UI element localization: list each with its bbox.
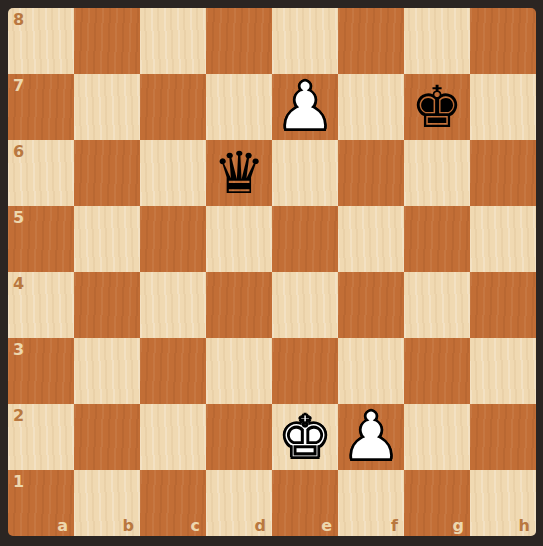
square-b6[interactable]	[74, 140, 140, 206]
square-f6[interactable]	[338, 140, 404, 206]
square-c4[interactable]	[140, 272, 206, 338]
square-h5[interactable]	[470, 206, 536, 272]
square-b2[interactable]	[74, 404, 140, 470]
square-b4[interactable]	[74, 272, 140, 338]
square-e6[interactable]	[272, 140, 338, 206]
square-a1[interactable]: 1a	[8, 470, 74, 536]
square-g3[interactable]	[404, 338, 470, 404]
square-a6[interactable]: 6	[8, 140, 74, 206]
square-a5[interactable]: 5	[8, 206, 74, 272]
square-d8[interactable]	[206, 8, 272, 74]
square-f1[interactable]: f	[338, 470, 404, 536]
square-c3[interactable]	[140, 338, 206, 404]
square-g6[interactable]	[404, 140, 470, 206]
screenshot-root: { "game": "chess", "position": "8/4P1k1/…	[0, 0, 543, 546]
square-h1[interactable]: h	[470, 470, 536, 536]
square-d4[interactable]	[206, 272, 272, 338]
file-label-f: f	[391, 518, 398, 534]
square-c7[interactable]	[140, 74, 206, 140]
square-b8[interactable]	[74, 8, 140, 74]
square-a8[interactable]: 8	[8, 8, 74, 74]
square-g1[interactable]: g	[404, 470, 470, 536]
square-c5[interactable]	[140, 206, 206, 272]
square-g7[interactable]: ♚	[404, 74, 470, 140]
square-f3[interactable]	[338, 338, 404, 404]
square-c6[interactable]	[140, 140, 206, 206]
rank-label-4: 4	[13, 276, 24, 292]
file-label-h: h	[519, 518, 530, 534]
square-d6[interactable]: ♛	[206, 140, 272, 206]
square-h2[interactable]	[470, 404, 536, 470]
piece-white-pawn-e7[interactable]: ♟	[272, 74, 338, 140]
square-e2[interactable]: ♚	[272, 404, 338, 470]
rank-label-3: 3	[13, 342, 24, 358]
board-frame: 87♟♚6♛5432♚♟1abcdefgh	[0, 0, 543, 546]
square-a4[interactable]: 4	[8, 272, 74, 338]
square-c1[interactable]: c	[140, 470, 206, 536]
square-a3[interactable]: 3	[8, 338, 74, 404]
file-label-b: b	[123, 518, 134, 534]
piece-white-king-e2[interactable]: ♚	[272, 404, 338, 470]
square-d5[interactable]	[206, 206, 272, 272]
square-e3[interactable]	[272, 338, 338, 404]
square-h7[interactable]	[470, 74, 536, 140]
square-e5[interactable]	[272, 206, 338, 272]
square-f7[interactable]	[338, 74, 404, 140]
file-label-g: g	[453, 518, 464, 534]
rank-label-8: 8	[13, 12, 24, 28]
file-label-e: e	[321, 518, 332, 534]
square-e7[interactable]: ♟	[272, 74, 338, 140]
square-b7[interactable]	[74, 74, 140, 140]
square-e4[interactable]	[272, 272, 338, 338]
piece-white-pawn-f2[interactable]: ♟	[338, 404, 404, 470]
square-f2[interactable]: ♟	[338, 404, 404, 470]
square-g2[interactable]	[404, 404, 470, 470]
file-label-c: c	[191, 518, 200, 534]
square-g5[interactable]	[404, 206, 470, 272]
square-a2[interactable]: 2	[8, 404, 74, 470]
rank-label-7: 7	[13, 78, 24, 94]
chess-board: 87♟♚6♛5432♚♟1abcdefgh	[8, 8, 536, 536]
piece-black-queen-d6[interactable]: ♛	[206, 140, 272, 206]
square-f5[interactable]	[338, 206, 404, 272]
file-label-a: a	[57, 518, 68, 534]
square-c2[interactable]	[140, 404, 206, 470]
rank-label-2: 2	[13, 408, 24, 424]
piece-black-king-g7[interactable]: ♚	[404, 74, 470, 140]
file-label-d: d	[255, 518, 266, 534]
square-g4[interactable]	[404, 272, 470, 338]
square-d1[interactable]: d	[206, 470, 272, 536]
square-b5[interactable]	[74, 206, 140, 272]
square-d3[interactable]	[206, 338, 272, 404]
square-f8[interactable]	[338, 8, 404, 74]
square-d2[interactable]	[206, 404, 272, 470]
square-a7[interactable]: 7	[8, 74, 74, 140]
square-h8[interactable]	[470, 8, 536, 74]
square-g8[interactable]	[404, 8, 470, 74]
square-h4[interactable]	[470, 272, 536, 338]
square-e1[interactable]: e	[272, 470, 338, 536]
rank-label-6: 6	[13, 144, 24, 160]
square-h6[interactable]	[470, 140, 536, 206]
square-c8[interactable]	[140, 8, 206, 74]
square-f4[interactable]	[338, 272, 404, 338]
square-e8[interactable]	[272, 8, 338, 74]
rank-label-5: 5	[13, 210, 24, 226]
rank-label-1: 1	[13, 474, 24, 490]
square-d7[interactable]	[206, 74, 272, 140]
square-b1[interactable]: b	[74, 470, 140, 536]
square-b3[interactable]	[74, 338, 140, 404]
square-h3[interactable]	[470, 338, 536, 404]
